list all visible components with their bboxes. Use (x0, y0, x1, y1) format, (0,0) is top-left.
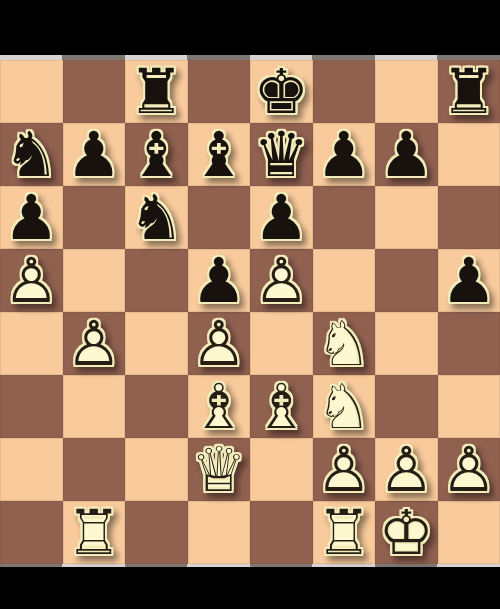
square-d4[interactable]: ♟♙ (188, 312, 251, 375)
square-a2[interactable] (0, 438, 63, 501)
white-bishop[interactable]: ♝♗ (188, 375, 251, 438)
square-c6[interactable]: ♞ (125, 186, 188, 249)
square-d8[interactable] (188, 60, 251, 123)
square-a3[interactable] (0, 375, 63, 438)
white-queen[interactable]: ♛♕ (188, 438, 251, 501)
white-pawn[interactable]: ♟♙ (188, 312, 251, 375)
square-a6[interactable]: ♟ (0, 186, 63, 249)
black-pawn[interactable]: ♟ (0, 186, 63, 249)
square-g4[interactable] (375, 312, 438, 375)
square-d6[interactable] (188, 186, 251, 249)
square-g1[interactable]: ♚♔ (375, 501, 438, 564)
square-a7[interactable]: ♞ (0, 123, 63, 186)
square-h3[interactable] (438, 375, 500, 438)
square-c1[interactable] (125, 501, 188, 564)
white-pawn[interactable]: ♟♙ (63, 312, 126, 375)
black-pawn[interactable]: ♟ (63, 123, 126, 186)
square-d1[interactable] (188, 501, 251, 564)
black-bishop[interactable]: ♝ (188, 123, 251, 186)
square-e5[interactable]: ♟♙ (250, 249, 313, 312)
black-bishop[interactable]: ♝ (125, 123, 188, 186)
square-f4[interactable]: ♞♘ (313, 312, 376, 375)
square-c2[interactable] (125, 438, 188, 501)
black-king[interactable]: ♚ (250, 60, 313, 123)
square-f1[interactable]: ♜♖ (313, 501, 376, 564)
square-b1[interactable]: ♜♖ (63, 501, 126, 564)
square-g3[interactable] (375, 375, 438, 438)
square-h5[interactable]: ♟ (438, 249, 500, 312)
square-b6[interactable] (63, 186, 126, 249)
square-f3[interactable]: ♞♘ (313, 375, 376, 438)
white-bishop[interactable]: ♝♗ (250, 375, 313, 438)
square-b4[interactable]: ♟♙ (63, 312, 126, 375)
letterbox-top (0, 0, 500, 55)
square-c7[interactable]: ♝ (125, 123, 188, 186)
black-pawn[interactable]: ♟ (375, 123, 438, 186)
white-knight[interactable]: ♞♘ (313, 375, 376, 438)
square-h7[interactable] (438, 123, 500, 186)
square-d5[interactable]: ♟ (188, 249, 251, 312)
square-f6[interactable] (313, 186, 376, 249)
chess-board: ♜♚♜♞♟♝♝♛♟♟♟♞♟♟♙♟♟♙♟♟♙♟♙♞♘♝♗♝♗♞♘♛♕♟♙♟♙♟♙♜… (0, 60, 500, 564)
square-f7[interactable]: ♟ (313, 123, 376, 186)
letterbox-bottom (0, 567, 500, 609)
black-queen[interactable]: ♛ (250, 123, 313, 186)
square-h2[interactable]: ♟♙ (438, 438, 500, 501)
square-b3[interactable] (63, 375, 126, 438)
square-c8[interactable]: ♜ (125, 60, 188, 123)
white-knight[interactable]: ♞♘ (313, 312, 376, 375)
square-f5[interactable] (313, 249, 376, 312)
square-c3[interactable] (125, 375, 188, 438)
square-d2[interactable]: ♛♕ (188, 438, 251, 501)
square-a5[interactable]: ♟♙ (0, 249, 63, 312)
square-g8[interactable] (375, 60, 438, 123)
black-rook[interactable]: ♜ (125, 60, 188, 123)
black-knight[interactable]: ♞ (0, 123, 63, 186)
white-pawn[interactable]: ♟♙ (375, 438, 438, 501)
white-pawn[interactable]: ♟♙ (438, 438, 500, 501)
white-king[interactable]: ♚♔ (375, 501, 438, 564)
square-h4[interactable] (438, 312, 500, 375)
square-c4[interactable] (125, 312, 188, 375)
square-g6[interactable] (375, 186, 438, 249)
square-e4[interactable] (250, 312, 313, 375)
square-f2[interactable]: ♟♙ (313, 438, 376, 501)
square-b7[interactable]: ♟ (63, 123, 126, 186)
square-e8[interactable]: ♚ (250, 60, 313, 123)
chess-app-screenshot: ♜♚♜♞♟♝♝♛♟♟♟♞♟♟♙♟♟♙♟♟♙♟♙♞♘♝♗♝♗♞♘♛♕♟♙♟♙♟♙♜… (0, 0, 500, 609)
square-d3[interactable]: ♝♗ (188, 375, 251, 438)
square-h6[interactable] (438, 186, 500, 249)
square-f8[interactable] (313, 60, 376, 123)
square-e1[interactable] (250, 501, 313, 564)
black-rook[interactable]: ♜ (438, 60, 500, 123)
square-b8[interactable] (63, 60, 126, 123)
square-a1[interactable] (0, 501, 63, 564)
square-d7[interactable]: ♝ (188, 123, 251, 186)
square-g5[interactable] (375, 249, 438, 312)
square-h1[interactable] (438, 501, 500, 564)
square-b2[interactable] (63, 438, 126, 501)
black-pawn[interactable]: ♟ (438, 249, 500, 312)
white-pawn[interactable]: ♟♙ (250, 249, 313, 312)
square-a8[interactable] (0, 60, 63, 123)
black-knight[interactable]: ♞ (125, 186, 188, 249)
square-e6[interactable]: ♟ (250, 186, 313, 249)
black-pawn[interactable]: ♟ (250, 186, 313, 249)
black-pawn[interactable]: ♟ (313, 123, 376, 186)
square-c5[interactable] (125, 249, 188, 312)
white-pawn[interactable]: ♟♙ (0, 249, 63, 312)
square-e7[interactable]: ♛ (250, 123, 313, 186)
white-rook[interactable]: ♜♖ (313, 501, 376, 564)
square-g2[interactable]: ♟♙ (375, 438, 438, 501)
white-pawn[interactable]: ♟♙ (313, 438, 376, 501)
black-pawn[interactable]: ♟ (188, 249, 251, 312)
square-e2[interactable] (250, 438, 313, 501)
square-b5[interactable] (63, 249, 126, 312)
square-a4[interactable] (0, 312, 63, 375)
square-g7[interactable]: ♟ (375, 123, 438, 186)
white-rook[interactable]: ♜♖ (63, 501, 126, 564)
square-e3[interactable]: ♝♗ (250, 375, 313, 438)
square-h8[interactable]: ♜ (438, 60, 500, 123)
